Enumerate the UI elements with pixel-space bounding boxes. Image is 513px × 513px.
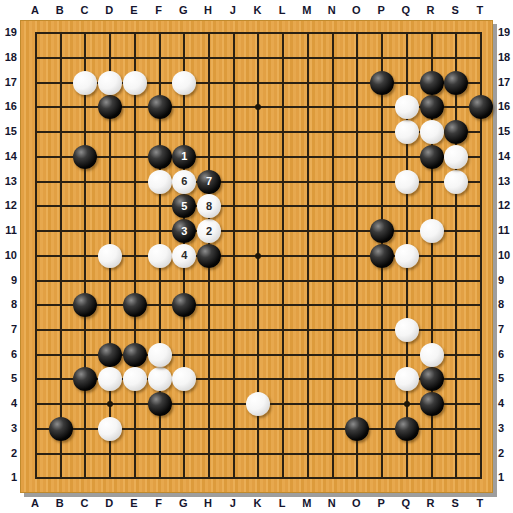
coordinate-label-row: 1 [498,467,513,487]
coordinate-label-column: E [124,0,144,20]
coordinate-label-row: 18 [498,47,513,67]
black-stone [370,244,394,268]
white-stone [148,170,172,194]
coordinate-label-row: 11 [498,220,513,240]
black-stone [73,293,97,317]
star-point [107,401,113,407]
coordinate-label-row: 4 [0,393,17,413]
black-stone [420,145,444,169]
coordinate-label-row: 15 [498,121,513,141]
white-stone: 2 [197,219,221,243]
black-stone [98,343,122,367]
coordinate-label-column: G [173,0,193,20]
white-stone [98,367,122,391]
coordinate-label-column: J [223,493,243,513]
grid-line-vertical [282,32,284,479]
black-stone [420,71,444,95]
coordinate-label-column: M [297,0,317,20]
move-number-label: 3 [181,226,187,237]
white-stone [420,343,444,367]
coordinate-label-column: R [421,493,441,513]
coordinate-label-row: 6 [498,344,513,364]
black-stone [73,367,97,391]
coordinate-label-row: 16 [0,96,17,116]
coordinate-label-row: 10 [0,245,17,265]
white-stone [420,120,444,144]
black-stone [420,392,444,416]
coordinate-label-column: P [371,493,391,513]
coordinate-label-column: O [346,0,366,20]
black-stone [197,244,221,268]
coordinate-label-row: 4 [498,393,513,413]
white-stone: 8 [197,194,221,218]
coordinate-label-column: T [470,493,490,513]
white-stone [148,244,172,268]
white-stone: 6 [172,170,196,194]
black-stone: 7 [197,170,221,194]
move-number-label: 1 [181,151,187,162]
grid-line-vertical [332,32,334,479]
white-stone [123,71,147,95]
white-stone [395,367,419,391]
coordinate-label-column: S [445,493,465,513]
white-stone [420,219,444,243]
go-diagram: ABCDEFGHJKLMNOPQRST ABCDEFGHJKLMNOPQRST … [0,0,513,513]
coordinate-label-row: 11 [0,220,17,240]
coordinate-label-column: R [421,0,441,20]
white-stone [98,417,122,441]
coordinate-label-row: 12 [498,195,513,215]
black-stone [370,219,394,243]
coordinate-label-row: 18 [0,47,17,67]
coordinate-label-row: 14 [498,146,513,166]
white-stone [395,318,419,342]
star-point [255,104,261,110]
white-stone [444,145,468,169]
move-number-label: 2 [206,226,212,237]
white-stone [98,244,122,268]
coordinate-label-column: F [149,0,169,20]
coordinate-label-row: 10 [498,245,513,265]
black-stone [123,343,147,367]
coordinate-label-row: 9 [0,270,17,290]
coordinate-label-row: 17 [0,72,17,92]
black-stone [395,417,419,441]
coordinate-label-column: A [25,493,45,513]
move-number-label: 5 [181,201,187,212]
move-number-label: 6 [181,176,187,187]
coordinate-label-column: T [470,0,490,20]
coordinate-label-column: A [25,0,45,20]
black-stone [148,145,172,169]
coordinate-label-row: 19 [0,22,17,42]
coordinate-label-row: 8 [0,294,17,314]
coordinate-label-row: 3 [498,418,513,438]
white-stone [172,367,196,391]
coordinate-label-column: C [74,0,94,20]
coordinate-label-row: 6 [0,344,17,364]
black-stone: 1 [172,145,196,169]
black-stone [469,95,493,119]
coordinate-label-row: 13 [0,171,17,191]
coordinate-label-column: C [74,493,94,513]
coordinate-label-row: 16 [498,96,513,116]
star-point [404,401,410,407]
goban[interactable]: 35174628 [20,20,493,493]
white-stone [172,71,196,95]
coordinate-label-column: O [346,493,366,513]
grid-line-vertical [356,32,358,479]
black-stone [444,120,468,144]
coordinate-label-row: 15 [0,121,17,141]
coordinate-label-column: F [149,493,169,513]
coordinate-label-row: 19 [498,22,513,42]
coordinate-label-row: 17 [498,72,513,92]
grid-line-horizontal [35,304,482,306]
coordinate-label-column: D [99,493,119,513]
white-stone [395,95,419,119]
coordinate-label-column: S [445,0,465,20]
coordinate-label-column: H [198,0,218,20]
white-stone: 4 [172,244,196,268]
black-stone [73,145,97,169]
coordinate-label-row: 3 [0,418,17,438]
move-number-label: 7 [206,176,212,187]
white-stone [148,343,172,367]
white-stone [98,71,122,95]
coordinate-label-row: 5 [498,368,513,388]
coordinate-label-column: K [247,0,267,20]
star-point [255,253,261,259]
coordinate-label-row: 7 [498,319,513,339]
grid-line-horizontal [35,280,482,282]
coordinate-label-row: 5 [0,368,17,388]
black-stone [98,95,122,119]
black-stone [148,95,172,119]
black-stone [420,95,444,119]
white-stone [395,244,419,268]
coordinate-label-row: 8 [498,294,513,314]
white-stone [444,170,468,194]
coordinate-label-column: P [371,0,391,20]
coordinate-label-column: G [173,493,193,513]
white-stone [73,71,97,95]
black-stone [345,417,369,441]
coordinate-label-row: 2 [0,443,17,463]
grid-line-vertical [455,32,457,479]
black-stone [123,293,147,317]
coordinate-label-column: J [223,0,243,20]
coordinate-label-row: 12 [0,195,17,215]
coordinate-label-row: 14 [0,146,17,166]
coordinate-label-column: E [124,493,144,513]
coordinate-label-column: Q [396,493,416,513]
grid-line-horizontal [35,477,482,479]
black-stone: 5 [172,194,196,218]
white-stone [148,367,172,391]
coordinate-label-row: 7 [0,319,17,339]
coordinate-label-row: 2 [498,443,513,463]
coordinate-label-column: N [322,493,342,513]
coordinate-label-column: H [198,493,218,513]
black-stone [49,417,73,441]
black-stone [172,293,196,317]
coordinate-label-column: L [272,0,292,20]
coordinate-label-column: K [247,493,267,513]
coordinate-label-column: B [50,493,70,513]
coordinate-label-column: Q [396,0,416,20]
coordinate-label-row: 1 [0,467,17,487]
black-stone: 3 [172,219,196,243]
black-stone [148,392,172,416]
move-number-label: 4 [181,250,187,261]
black-stone [420,367,444,391]
coordinate-label-column: M [297,493,317,513]
coordinate-label-row: 13 [498,171,513,191]
coordinate-label-row: 9 [498,270,513,290]
coordinate-label-column: L [272,493,292,513]
black-stone [444,71,468,95]
move-number-label: 8 [206,201,212,212]
coordinate-label-column: N [322,0,342,20]
black-stone [370,71,394,95]
coordinate-label-column: D [99,0,119,20]
coordinate-label-column: B [50,0,70,20]
grid-line-horizontal [35,453,482,455]
white-stone [395,120,419,144]
grid-line-vertical [307,32,309,479]
white-stone [123,367,147,391]
white-stone [395,170,419,194]
white-stone [246,392,270,416]
